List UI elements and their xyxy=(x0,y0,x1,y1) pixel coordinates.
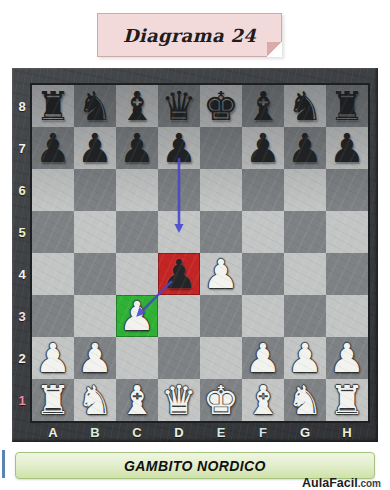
file-label-b: B xyxy=(74,423,116,442)
black-pawn-a7: ♟ xyxy=(32,127,74,169)
black-rook-a8: ♜ xyxy=(32,85,74,127)
square-g4 xyxy=(284,253,326,295)
square-d5 xyxy=(158,211,200,253)
file-label-d: D xyxy=(158,423,200,442)
black-bishop-f8: ♝ xyxy=(242,85,284,127)
diagram-title-note: Diagrama 24 xyxy=(97,13,282,57)
chess-board: 87654321 ♜♞♝♛♚♝♞♜♟♟♟♟♟♟♟♟♟♟♟♟♟♟♟♜♞♝♛♚♝♞♜… xyxy=(12,68,378,442)
square-e2 xyxy=(200,337,242,379)
square-h3 xyxy=(326,295,368,337)
black-pawn-g7: ♟ xyxy=(284,127,326,169)
square-b2: ♟ xyxy=(74,337,116,379)
square-e6 xyxy=(200,169,242,211)
board-grid: ♜♞♝♛♚♝♞♜♟♟♟♟♟♟♟♟♟♟♟♟♟♟♟♜♞♝♛♚♝♞♜ xyxy=(32,85,368,421)
square-f5 xyxy=(242,211,284,253)
rank-label-6: 6 xyxy=(12,169,32,211)
file-label-a: A xyxy=(32,423,74,442)
square-g5 xyxy=(284,211,326,253)
white-king-e1: ♚ xyxy=(200,379,242,421)
square-a7: ♟ xyxy=(32,127,74,169)
white-pawn-e4: ♟ xyxy=(200,253,242,295)
rank-labels: 87654321 xyxy=(12,85,32,421)
black-rook-h8: ♜ xyxy=(326,85,368,127)
square-e3 xyxy=(200,295,242,337)
square-d7: ♟ xyxy=(158,127,200,169)
rank-label-7: 7 xyxy=(12,127,32,169)
file-label-c: C xyxy=(116,423,158,442)
white-knight-b1: ♞ xyxy=(74,379,116,421)
square-f2: ♟ xyxy=(242,337,284,379)
square-f3 xyxy=(242,295,284,337)
square-c2 xyxy=(116,337,158,379)
white-rook-h1: ♜ xyxy=(326,379,368,421)
file-label-h: H xyxy=(326,423,368,442)
square-d1: ♛ xyxy=(158,379,200,421)
square-c6 xyxy=(116,169,158,211)
square-e5 xyxy=(200,211,242,253)
white-pawn-b2: ♟ xyxy=(74,337,116,379)
white-bishop-c1: ♝ xyxy=(116,379,158,421)
white-rook-a1: ♜ xyxy=(32,379,74,421)
square-g8: ♞ xyxy=(284,85,326,127)
file-label-f: F xyxy=(242,423,284,442)
square-c3: ♟ xyxy=(116,295,158,337)
square-g2: ♟ xyxy=(284,337,326,379)
file-label-g: G xyxy=(284,423,326,442)
white-pawn-a2: ♟ xyxy=(32,337,74,379)
square-e8: ♚ xyxy=(200,85,242,127)
square-f7: ♟ xyxy=(242,127,284,169)
credit-tld: .com xyxy=(358,478,381,489)
square-b1: ♞ xyxy=(74,379,116,421)
square-f4 xyxy=(242,253,284,295)
square-c8: ♝ xyxy=(116,85,158,127)
square-d4: ♟ xyxy=(158,253,200,295)
rank-label-5: 5 xyxy=(12,211,32,253)
square-h1: ♜ xyxy=(326,379,368,421)
square-g7: ♟ xyxy=(284,127,326,169)
credit-name: AulaFacil xyxy=(302,476,358,490)
file-labels: ABCDEFGH xyxy=(32,423,368,442)
white-pawn-c3: ♟ xyxy=(116,295,158,337)
square-g1: ♞ xyxy=(284,379,326,421)
opening-name-caption: GAMBITO NORDICO xyxy=(124,458,266,474)
square-d6 xyxy=(158,169,200,211)
square-a1: ♜ xyxy=(32,379,74,421)
black-bishop-c8: ♝ xyxy=(116,85,158,127)
black-pawn-f7: ♟ xyxy=(242,127,284,169)
square-h4 xyxy=(326,253,368,295)
square-b5 xyxy=(74,211,116,253)
black-queen-d8: ♛ xyxy=(158,85,200,127)
square-a2: ♟ xyxy=(32,337,74,379)
rank-label-2: 2 xyxy=(12,337,32,379)
rank-label-1: 1 xyxy=(12,379,32,421)
blue-tick xyxy=(2,450,5,478)
caption-bar: GAMBITO NORDICO xyxy=(15,452,375,479)
square-a6 xyxy=(32,169,74,211)
square-a4 xyxy=(32,253,74,295)
square-b4 xyxy=(74,253,116,295)
site-credit: AulaFacil.com xyxy=(302,476,381,490)
white-pawn-g2: ♟ xyxy=(284,337,326,379)
white-knight-g1: ♞ xyxy=(284,379,326,421)
white-bishop-f1: ♝ xyxy=(242,379,284,421)
square-e4: ♟ xyxy=(200,253,242,295)
folded-corner-icon xyxy=(267,42,282,57)
square-e1: ♚ xyxy=(200,379,242,421)
black-knight-b8: ♞ xyxy=(74,85,116,127)
square-c4 xyxy=(116,253,158,295)
black-pawn-b7: ♟ xyxy=(74,127,116,169)
diagram-title: Diagrama 24 xyxy=(98,14,281,56)
page: { "game": "chess", "header": { "title": … xyxy=(0,0,390,490)
black-pawn-c7: ♟ xyxy=(116,127,158,169)
square-b3 xyxy=(74,295,116,337)
square-g3 xyxy=(284,295,326,337)
rank-label-3: 3 xyxy=(12,295,32,337)
square-c7: ♟ xyxy=(116,127,158,169)
square-b8: ♞ xyxy=(74,85,116,127)
black-knight-g8: ♞ xyxy=(284,85,326,127)
square-f6 xyxy=(242,169,284,211)
rank-label-8: 8 xyxy=(12,85,32,127)
square-f8: ♝ xyxy=(242,85,284,127)
white-pawn-f2: ♟ xyxy=(242,337,284,379)
square-g6 xyxy=(284,169,326,211)
square-a5 xyxy=(32,211,74,253)
square-h8: ♜ xyxy=(326,85,368,127)
square-h2: ♟ xyxy=(326,337,368,379)
square-e7 xyxy=(200,127,242,169)
square-f1: ♝ xyxy=(242,379,284,421)
white-queen-d1: ♛ xyxy=(158,379,200,421)
black-pawn-d4: ♟ xyxy=(158,253,200,295)
file-label-e: E xyxy=(200,423,242,442)
square-d8: ♛ xyxy=(158,85,200,127)
square-b7: ♟ xyxy=(74,127,116,169)
square-h5 xyxy=(326,211,368,253)
square-a3 xyxy=(32,295,74,337)
square-d2 xyxy=(158,337,200,379)
square-c1: ♝ xyxy=(116,379,158,421)
square-h6 xyxy=(326,169,368,211)
black-pawn-h7: ♟ xyxy=(326,127,368,169)
square-a8: ♜ xyxy=(32,85,74,127)
white-pawn-h2: ♟ xyxy=(326,337,368,379)
square-b6 xyxy=(74,169,116,211)
rank-label-4: 4 xyxy=(12,253,32,295)
square-c5 xyxy=(116,211,158,253)
black-pawn-d7: ♟ xyxy=(158,127,200,169)
black-king-e8: ♚ xyxy=(200,85,242,127)
square-h7: ♟ xyxy=(326,127,368,169)
square-d3 xyxy=(158,295,200,337)
